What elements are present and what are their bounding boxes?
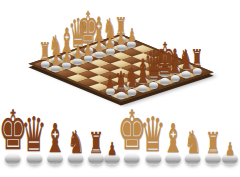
queen-glyph: ♛ — [21, 110, 47, 158]
knight-glyph: ♞ — [184, 126, 201, 158]
tray-piece-light-king: ♚ — [108, 104, 156, 165]
chrome-ball-base — [47, 153, 63, 165]
rook-glyph: ♜ — [205, 129, 221, 158]
king-glyph: ♚ — [0, 104, 28, 158]
tray-piece-light-rook: ♜ — [200, 129, 226, 165]
chess-board — [28, 34, 213, 102]
bishop-glyph: ♝ — [162, 118, 184, 158]
tray-piece-dark-knight: ♞ — [62, 126, 91, 165]
chrome-ball-base — [26, 153, 42, 165]
chrome-ball-base — [68, 153, 84, 165]
chrome-ball-base — [165, 153, 181, 165]
tray-piece-dark-pawn: ♟ — [104, 140, 120, 165]
chrome-ball-base — [145, 153, 161, 165]
chrome-ball-base — [185, 153, 201, 165]
tray-piece-dark-bishop: ♝ — [37, 118, 73, 165]
chrome-ball-base — [222, 153, 238, 165]
board-grid — [34, 36, 208, 100]
chrome-ball-base — [88, 153, 104, 165]
chrome-ball-base — [5, 153, 21, 165]
tray-piece-dark-queen: ♛ — [12, 110, 55, 165]
tray-piece-light-knight: ♞ — [179, 126, 208, 165]
knight-glyph: ♞ — [67, 126, 84, 158]
tray-piece-light-pawn: ♟ — [222, 140, 238, 165]
bishop-glyph: ♝ — [44, 118, 66, 158]
chrome-ball-base — [104, 153, 120, 165]
pawn-glyph: ♟ — [225, 140, 235, 158]
pawn-glyph: ♟ — [107, 140, 117, 158]
chrome-ball-base — [124, 153, 140, 165]
tray-piece-dark-king: ♚ — [0, 104, 37, 165]
tray-piece-dark-rook: ♜ — [83, 129, 109, 165]
tray-piece-light-bishop: ♝ — [155, 118, 191, 165]
queen-glyph: ♛ — [140, 110, 166, 158]
wobble-chess-set-photo: ♜♞♝♛♚♝♞♜♟♟♟♟♟♟♟♟♟♟♟♟♟♟♟♟♜♞♝♛♚♝♞♜ ♚♛♝♞♜♟♚… — [0, 0, 240, 177]
rook-glyph: ♜ — [88, 129, 104, 158]
tray-piece-light-queen: ♛ — [131, 110, 174, 165]
chrome-ball-base — [205, 153, 221, 165]
king-glyph: ♚ — [117, 104, 146, 158]
